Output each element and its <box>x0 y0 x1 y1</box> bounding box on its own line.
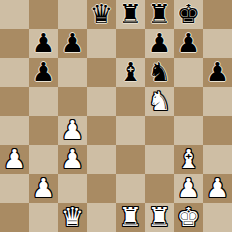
piece-black-bishop[interactable]: ♝ <box>119 58 142 87</box>
square-c8[interactable] <box>58 0 87 29</box>
square-a1[interactable] <box>0 203 29 232</box>
piece-black-rook[interactable]: ♜ <box>119 0 142 29</box>
square-e6[interactable]: ♝ <box>116 58 145 87</box>
square-e7[interactable] <box>116 29 145 58</box>
square-c6[interactable] <box>58 58 87 87</box>
square-h6[interactable]: ♟ <box>203 58 232 87</box>
square-e5[interactable] <box>116 87 145 116</box>
square-d2[interactable] <box>87 174 116 203</box>
piece-white-rook[interactable]: ♜ <box>119 203 142 232</box>
piece-white-pawn[interactable]: ♟ <box>206 174 229 203</box>
square-c3[interactable]: ♟ <box>58 145 87 174</box>
square-a7[interactable] <box>0 29 29 58</box>
square-f7[interactable]: ♟ <box>145 29 174 58</box>
square-c5[interactable] <box>58 87 87 116</box>
square-e2[interactable] <box>116 174 145 203</box>
piece-black-king[interactable]: ♚ <box>177 0 200 29</box>
square-f6[interactable]: ♞ <box>145 58 174 87</box>
square-a6[interactable] <box>0 58 29 87</box>
piece-black-pawn[interactable]: ♟ <box>61 29 84 58</box>
square-h7[interactable] <box>203 29 232 58</box>
square-g5[interactable] <box>174 87 203 116</box>
square-a4[interactable] <box>0 116 29 145</box>
square-b2[interactable]: ♟ <box>29 174 58 203</box>
square-h5[interactable] <box>203 87 232 116</box>
square-g4[interactable] <box>174 116 203 145</box>
piece-white-queen[interactable]: ♛ <box>61 203 84 232</box>
square-c7[interactable]: ♟ <box>58 29 87 58</box>
piece-white-rook[interactable]: ♜ <box>148 203 171 232</box>
square-c4[interactable]: ♟ <box>58 116 87 145</box>
square-a3[interactable]: ♟ <box>0 145 29 174</box>
piece-white-bishop[interactable]: ♝ <box>177 145 200 174</box>
square-g6[interactable] <box>174 58 203 87</box>
square-f3[interactable] <box>145 145 174 174</box>
square-d8[interactable]: ♛ <box>87 0 116 29</box>
piece-black-queen[interactable]: ♛ <box>90 0 113 29</box>
piece-black-pawn[interactable]: ♟ <box>177 29 200 58</box>
piece-black-pawn[interactable]: ♟ <box>32 58 55 87</box>
square-b3[interactable] <box>29 145 58 174</box>
square-d5[interactable] <box>87 87 116 116</box>
square-a2[interactable] <box>0 174 29 203</box>
piece-black-knight[interactable]: ♞ <box>148 58 171 87</box>
piece-black-pawn[interactable]: ♟ <box>148 29 171 58</box>
square-e3[interactable] <box>116 145 145 174</box>
piece-black-rook[interactable]: ♜ <box>148 0 171 29</box>
square-h2[interactable]: ♟ <box>203 174 232 203</box>
square-h8[interactable] <box>203 0 232 29</box>
square-c2[interactable] <box>58 174 87 203</box>
piece-white-pawn[interactable]: ♟ <box>3 145 26 174</box>
square-c1[interactable]: ♛ <box>58 203 87 232</box>
square-b4[interactable] <box>29 116 58 145</box>
square-b1[interactable] <box>29 203 58 232</box>
square-a8[interactable] <box>0 0 29 29</box>
square-a5[interactable] <box>0 87 29 116</box>
piece-white-king[interactable]: ♚ <box>177 203 200 232</box>
piece-white-pawn[interactable]: ♟ <box>61 116 84 145</box>
piece-black-pawn[interactable]: ♟ <box>206 58 229 87</box>
square-d1[interactable] <box>87 203 116 232</box>
piece-white-knight[interactable]: ♞ <box>148 87 171 116</box>
piece-white-pawn[interactable]: ♟ <box>61 145 84 174</box>
square-f8[interactable]: ♜ <box>145 0 174 29</box>
square-f4[interactable] <box>145 116 174 145</box>
square-e8[interactable]: ♜ <box>116 0 145 29</box>
square-b6[interactable]: ♟ <box>29 58 58 87</box>
square-f1[interactable]: ♜ <box>145 203 174 232</box>
square-b8[interactable] <box>29 0 58 29</box>
square-d7[interactable] <box>87 29 116 58</box>
square-f5[interactable]: ♞ <box>145 87 174 116</box>
piece-black-pawn[interactable]: ♟ <box>32 29 55 58</box>
square-h1[interactable] <box>203 203 232 232</box>
piece-white-pawn[interactable]: ♟ <box>32 174 55 203</box>
square-g8[interactable]: ♚ <box>174 0 203 29</box>
square-g2[interactable]: ♟ <box>174 174 203 203</box>
square-b7[interactable]: ♟ <box>29 29 58 58</box>
square-e4[interactable] <box>116 116 145 145</box>
square-e1[interactable]: ♜ <box>116 203 145 232</box>
square-d4[interactable] <box>87 116 116 145</box>
square-h3[interactable] <box>203 145 232 174</box>
piece-white-pawn[interactable]: ♟ <box>177 174 200 203</box>
square-g7[interactable]: ♟ <box>174 29 203 58</box>
square-g1[interactable]: ♚ <box>174 203 203 232</box>
square-b5[interactable] <box>29 87 58 116</box>
chess-board: ♛♜♜♚♟♟♟♟♟♝♞♟♞♟♟♟♝♟♟♟♛♜♜♚ <box>0 0 232 232</box>
square-d6[interactable] <box>87 58 116 87</box>
square-g3[interactable]: ♝ <box>174 145 203 174</box>
square-f2[interactable] <box>145 174 174 203</box>
square-d3[interactable] <box>87 145 116 174</box>
square-h4[interactable] <box>203 116 232 145</box>
